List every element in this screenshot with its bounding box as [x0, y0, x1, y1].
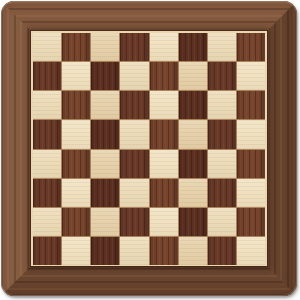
square-b5[interactable] — [62, 120, 90, 148]
square-g2[interactable] — [208, 208, 236, 236]
square-c3[interactable] — [91, 179, 119, 207]
square-e2[interactable] — [150, 208, 178, 236]
square-h7[interactable] — [237, 62, 265, 90]
square-h6[interactable] — [237, 91, 265, 119]
square-a4[interactable] — [33, 150, 61, 178]
square-f4[interactable] — [179, 150, 207, 178]
square-d8[interactable] — [120, 33, 148, 61]
square-h8[interactable] — [237, 33, 265, 61]
square-d7[interactable] — [120, 62, 148, 90]
square-b3[interactable] — [62, 179, 90, 207]
square-h2[interactable] — [237, 208, 265, 236]
square-f5[interactable] — [179, 120, 207, 148]
square-h5[interactable] — [237, 120, 265, 148]
square-b1[interactable] — [62, 237, 90, 265]
square-f7[interactable] — [179, 62, 207, 90]
square-f3[interactable] — [179, 179, 207, 207]
square-g4[interactable] — [208, 150, 236, 178]
square-d1[interactable] — [120, 237, 148, 265]
square-b6[interactable] — [62, 91, 90, 119]
square-e6[interactable] — [150, 91, 178, 119]
square-h1[interactable] — [237, 237, 265, 265]
square-c2[interactable] — [91, 208, 119, 236]
square-a5[interactable] — [33, 120, 61, 148]
square-d3[interactable] — [120, 179, 148, 207]
square-f6[interactable] — [179, 91, 207, 119]
square-g1[interactable] — [208, 237, 236, 265]
square-g8[interactable] — [208, 33, 236, 61]
square-g6[interactable] — [208, 91, 236, 119]
square-f1[interactable] — [179, 237, 207, 265]
square-a7[interactable] — [33, 62, 61, 90]
maple-inlay-border — [31, 31, 267, 266]
square-g7[interactable] — [208, 62, 236, 90]
square-c7[interactable] — [91, 62, 119, 90]
square-h3[interactable] — [237, 179, 265, 207]
square-a8[interactable] — [33, 33, 61, 61]
square-e1[interactable] — [150, 237, 178, 265]
square-b2[interactable] — [62, 208, 90, 236]
board-frame — [1, 1, 297, 296]
square-g5[interactable] — [208, 120, 236, 148]
square-a3[interactable] — [33, 179, 61, 207]
square-b7[interactable] — [62, 62, 90, 90]
square-e8[interactable] — [150, 33, 178, 61]
square-e4[interactable] — [150, 150, 178, 178]
square-c4[interactable] — [91, 150, 119, 178]
square-h4[interactable] — [237, 150, 265, 178]
square-a2[interactable] — [33, 208, 61, 236]
chess-board — [33, 33, 265, 265]
square-f2[interactable] — [179, 208, 207, 236]
square-d5[interactable] — [120, 120, 148, 148]
square-b8[interactable] — [62, 33, 90, 61]
square-c1[interactable] — [91, 237, 119, 265]
square-a1[interactable] — [33, 237, 61, 265]
square-b4[interactable] — [62, 150, 90, 178]
square-f8[interactable] — [179, 33, 207, 61]
square-c8[interactable] — [91, 33, 119, 61]
photo-background — [0, 0, 300, 300]
square-e7[interactable] — [150, 62, 178, 90]
square-d6[interactable] — [120, 91, 148, 119]
square-d2[interactable] — [120, 208, 148, 236]
square-g3[interactable] — [208, 179, 236, 207]
square-e5[interactable] — [150, 120, 178, 148]
square-c5[interactable] — [91, 120, 119, 148]
square-c6[interactable] — [91, 91, 119, 119]
square-d4[interactable] — [120, 150, 148, 178]
square-e3[interactable] — [150, 179, 178, 207]
square-a6[interactable] — [33, 91, 61, 119]
